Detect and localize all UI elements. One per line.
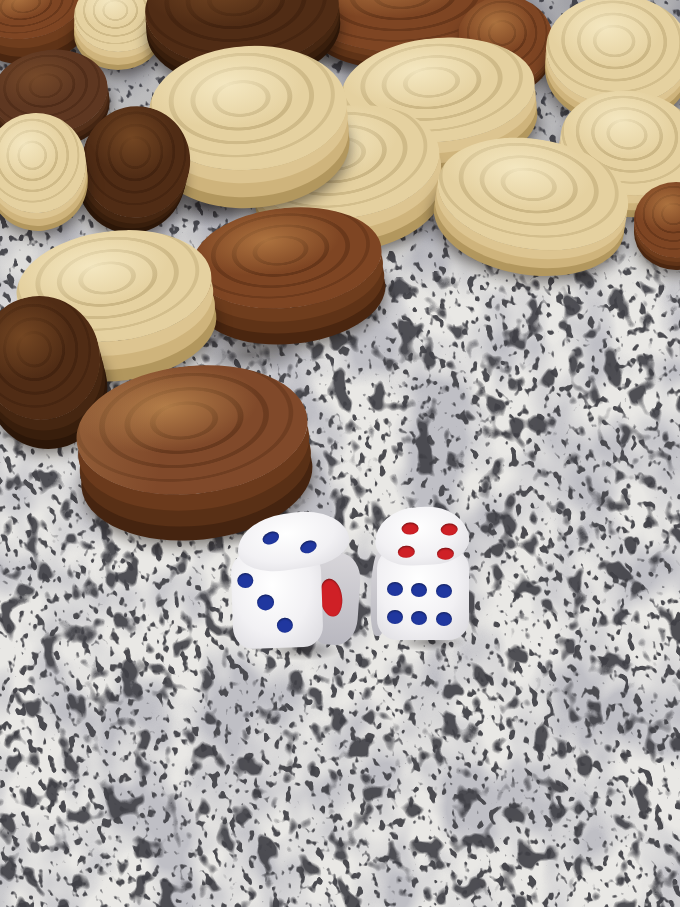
- die-pip-blue: [257, 595, 275, 612]
- die-pip-blue: [387, 582, 403, 596]
- die-pip-blue: [387, 610, 403, 624]
- die-pip-red: [397, 546, 415, 559]
- die-pip-red: [440, 524, 458, 537]
- die-pip-blue: [298, 538, 318, 555]
- die-pip-blue: [436, 612, 452, 626]
- die-pip-blue: [261, 530, 281, 547]
- die-pip-blue: [436, 584, 452, 598]
- die-pip-blue: [411, 611, 427, 625]
- die-pip-red: [402, 522, 420, 535]
- die-pip-blue: [277, 618, 294, 634]
- die-pip-blue: [237, 572, 254, 588]
- die-pip-red: [437, 547, 455, 560]
- photo-backgammon-checkers-and-dice: [0, 0, 680, 907]
- die-pip-blue: [411, 583, 427, 597]
